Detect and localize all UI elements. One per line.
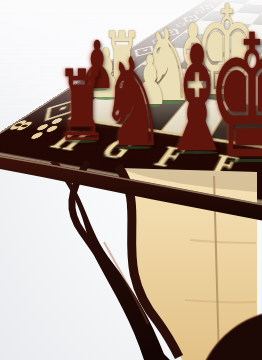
piece-white-king-e1: ♚ [206, 12, 262, 182]
piece-white-knight-g1: ♞ [100, 42, 166, 164]
chess-table-photo: HGFED 8 ♚♝♞♜♟♟♟♜♞♝♚ [0, 0, 262, 360]
